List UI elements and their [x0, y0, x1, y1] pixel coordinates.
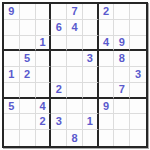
cell-r5c4[interactable]	[51, 67, 67, 83]
cell-r2c3[interactable]	[36, 20, 52, 36]
cell-r2c2[interactable]	[20, 20, 36, 36]
cell-r9c1[interactable]	[4, 130, 20, 146]
cell-r7c4[interactable]	[51, 99, 67, 115]
cell-r7c3[interactable]: 4	[36, 99, 52, 115]
cell-r9c2[interactable]	[20, 130, 36, 146]
cell-r8c3[interactable]: 2	[36, 114, 52, 130]
cell-r7c6[interactable]	[83, 99, 99, 115]
cell-r1c9[interactable]	[130, 4, 146, 20]
cell-r4c7[interactable]	[99, 51, 115, 67]
cell-r6c1[interactable]	[4, 83, 20, 99]
cell-r7c2[interactable]	[20, 99, 36, 115]
cell-r5c3[interactable]	[36, 67, 52, 83]
cell-r2c7[interactable]	[99, 20, 115, 36]
cell-r6c9[interactable]	[130, 83, 146, 99]
cell-r2c9[interactable]	[130, 20, 146, 36]
cell-r2c6[interactable]	[83, 20, 99, 36]
cell-r8c4[interactable]: 3	[51, 114, 67, 130]
cell-r6c2[interactable]	[20, 83, 36, 99]
cell-r8c5[interactable]	[67, 114, 83, 130]
cell-r6c4[interactable]: 2	[51, 83, 67, 99]
cell-r4c4[interactable]	[51, 51, 67, 67]
cell-r5c2[interactable]: 2	[20, 67, 36, 83]
cell-r8c9[interactable]	[130, 114, 146, 130]
cell-r2c4[interactable]: 6	[51, 20, 67, 36]
cell-r9c6[interactable]	[83, 130, 99, 146]
cell-r1c6[interactable]	[83, 4, 99, 20]
cell-r3c2[interactable]	[20, 36, 36, 52]
cell-r5c6[interactable]	[83, 67, 99, 83]
cell-r9c4[interactable]	[51, 130, 67, 146]
cell-r3c6[interactable]	[83, 36, 99, 52]
cell-r8c8[interactable]	[114, 114, 130, 130]
cell-r2c1[interactable]	[4, 20, 20, 36]
cell-r9c8[interactable]	[114, 130, 130, 146]
cell-r3c8[interactable]: 9	[114, 36, 130, 52]
cell-r5c9[interactable]: 3	[130, 67, 146, 83]
cell-r5c8[interactable]	[114, 67, 130, 83]
cell-r4c9[interactable]	[130, 51, 146, 67]
cell-r8c7[interactable]	[99, 114, 115, 130]
cell-r5c7[interactable]	[99, 67, 115, 83]
cell-r7c5[interactable]	[67, 99, 83, 115]
cell-r7c9[interactable]	[130, 99, 146, 115]
cell-r3c5[interactable]	[67, 36, 83, 52]
cell-r6c6[interactable]	[83, 83, 99, 99]
cell-r6c3[interactable]	[36, 83, 52, 99]
cell-r9c9[interactable]	[130, 130, 146, 146]
cell-r2c5[interactable]: 4	[67, 20, 83, 36]
cell-r3c7[interactable]: 4	[99, 36, 115, 52]
cell-r9c7[interactable]	[99, 130, 115, 146]
cell-r1c1[interactable]: 9	[4, 4, 20, 20]
cell-r3c9[interactable]	[130, 36, 146, 52]
cell-r3c4[interactable]	[51, 36, 67, 52]
cell-r8c1[interactable]	[4, 114, 20, 130]
sudoku-board: 97264149538123275492318	[2, 2, 148, 148]
cell-r4c6[interactable]: 3	[83, 51, 99, 67]
cell-r4c5[interactable]	[67, 51, 83, 67]
cell-r8c6[interactable]: 1	[83, 114, 99, 130]
cell-r1c4[interactable]	[51, 4, 67, 20]
cell-r5c1[interactable]: 1	[4, 67, 20, 83]
cell-r5c5[interactable]	[67, 67, 83, 83]
cell-r4c2[interactable]: 5	[20, 51, 36, 67]
cell-r1c8[interactable]	[114, 4, 130, 20]
cell-r7c1[interactable]: 5	[4, 99, 20, 115]
cell-r1c2[interactable]	[20, 4, 36, 20]
cell-r8c2[interactable]	[20, 114, 36, 130]
cell-r9c3[interactable]	[36, 130, 52, 146]
cell-r4c8[interactable]: 8	[114, 51, 130, 67]
cell-r6c8[interactable]: 7	[114, 83, 130, 99]
cell-r1c7[interactable]: 2	[99, 4, 115, 20]
cell-r2c8[interactable]	[114, 20, 130, 36]
cell-r1c3[interactable]	[36, 4, 52, 20]
cell-r7c8[interactable]	[114, 99, 130, 115]
cell-r3c1[interactable]	[4, 36, 20, 52]
cell-r3c3[interactable]: 1	[36, 36, 52, 52]
cell-r6c7[interactable]	[99, 83, 115, 99]
cell-r7c7[interactable]: 9	[99, 99, 115, 115]
cell-r9c5[interactable]: 8	[67, 130, 83, 146]
cell-r4c1[interactable]	[4, 51, 20, 67]
cell-r6c5[interactable]	[67, 83, 83, 99]
cell-r4c3[interactable]	[36, 51, 52, 67]
cell-r1c5[interactable]: 7	[67, 4, 83, 20]
